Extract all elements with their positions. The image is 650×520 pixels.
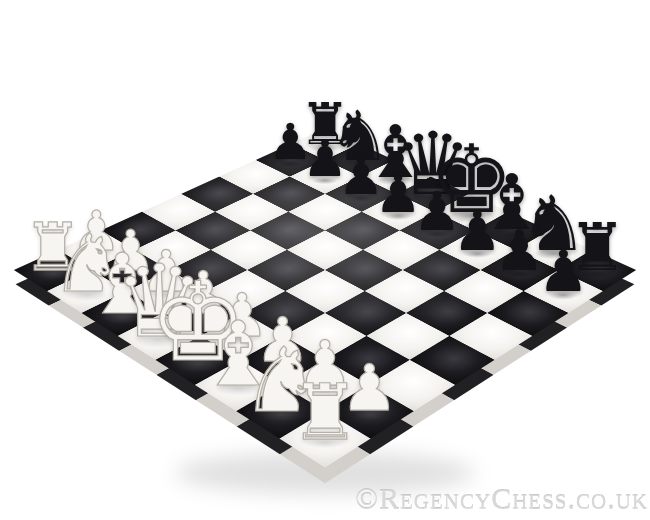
product-photo-canvas: ♜♞♝♛♚♝♞♜♟♟♟♟♟♟♟♟♟♟♟♟♟♟♟♟♜♞♝♛♚♝♞♜ ©Regenc… [0, 0, 650, 520]
watermark: ©RegencyChess.co.uk [355, 482, 648, 516]
chess-board [14, 128, 636, 467]
